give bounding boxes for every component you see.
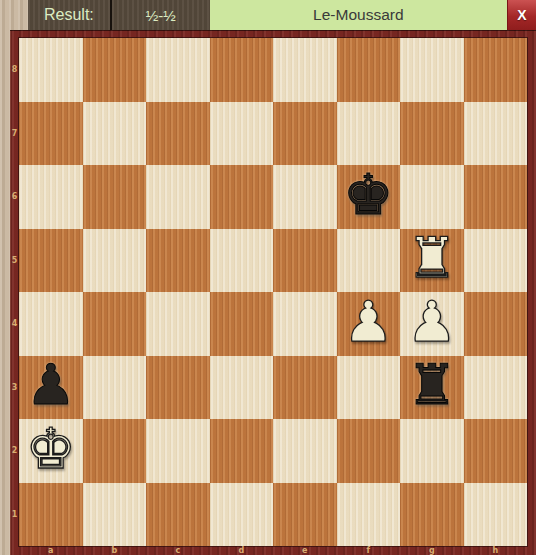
square-g2[interactable]: [400, 419, 464, 483]
square-b4[interactable]: [83, 292, 147, 356]
square-b5[interactable]: [83, 229, 147, 293]
rank-label-2: 2: [10, 419, 19, 483]
square-g1[interactable]: [400, 483, 464, 547]
square-a6[interactable]: [19, 165, 83, 229]
square-c2[interactable]: [146, 419, 210, 483]
piece-white-pawn-f4[interactable]: ♟: [343, 294, 393, 350]
square-g6[interactable]: [400, 165, 464, 229]
square-h4[interactable]: [464, 292, 528, 356]
file-labels: abcdefgh: [19, 546, 527, 555]
square-g7[interactable]: [400, 102, 464, 166]
piece-white-king-a2[interactable]: ♚: [26, 421, 76, 477]
file-label-h: h: [464, 546, 528, 555]
square-f6[interactable]: ♚: [337, 165, 401, 229]
square-h1[interactable]: [464, 483, 528, 547]
square-c1[interactable]: [146, 483, 210, 547]
square-b2[interactable]: [83, 419, 147, 483]
square-h3[interactable]: [464, 356, 528, 420]
square-a1[interactable]: [19, 483, 83, 547]
square-c6[interactable]: [146, 165, 210, 229]
square-c5[interactable]: [146, 229, 210, 293]
square-b3[interactable]: [83, 356, 147, 420]
square-a3[interactable]: ♟: [19, 356, 83, 420]
file-label-e: e: [273, 546, 337, 555]
square-d5[interactable]: [210, 229, 274, 293]
rank-label-7: 7: [10, 102, 19, 166]
square-g5[interactable]: ♜: [400, 229, 464, 293]
square-c8[interactable]: [146, 38, 210, 102]
square-a4[interactable]: [19, 292, 83, 356]
square-e6[interactable]: [273, 165, 337, 229]
square-e4[interactable]: [273, 292, 337, 356]
square-h8[interactable]: [464, 38, 528, 102]
square-a2[interactable]: ♚: [19, 419, 83, 483]
rank-labels: 87654321: [10, 38, 19, 546]
square-c4[interactable]: [146, 292, 210, 356]
file-label-c: c: [146, 546, 210, 555]
square-g4[interactable]: ♟: [400, 292, 464, 356]
square-d1[interactable]: [210, 483, 274, 547]
piece-black-rook-g3[interactable]: ♜: [407, 357, 457, 413]
square-c3[interactable]: [146, 356, 210, 420]
square-d4[interactable]: [210, 292, 274, 356]
file-label-f: f: [337, 546, 401, 555]
file-label-b: b: [83, 546, 147, 555]
square-e2[interactable]: [273, 419, 337, 483]
square-a7[interactable]: [19, 102, 83, 166]
square-f1[interactable]: [337, 483, 401, 547]
result-label: Result:: [28, 0, 110, 30]
square-b6[interactable]: [83, 165, 147, 229]
file-label-d: d: [210, 546, 274, 555]
file-label-g: g: [400, 546, 464, 555]
result-header: Result: ½-½ Le-Moussard X: [0, 0, 536, 30]
square-b8[interactable]: [83, 38, 147, 102]
square-b7[interactable]: [83, 102, 147, 166]
square-b1[interactable]: [83, 483, 147, 547]
square-d2[interactable]: [210, 419, 274, 483]
square-g3[interactable]: ♜: [400, 356, 464, 420]
piece-black-pawn-a3[interactable]: ♟: [26, 357, 76, 413]
piece-white-rook-g5[interactable]: ♜: [407, 230, 457, 286]
square-h6[interactable]: [464, 165, 528, 229]
square-c7[interactable]: [146, 102, 210, 166]
square-h5[interactable]: [464, 229, 528, 293]
square-f8[interactable]: [337, 38, 401, 102]
square-h2[interactable]: [464, 419, 528, 483]
square-h7[interactable]: [464, 102, 528, 166]
square-f4[interactable]: ♟: [337, 292, 401, 356]
chess-board: 87654321 ♚♜♟♟♟♜♚ abcdefgh: [10, 30, 536, 555]
square-e5[interactable]: [273, 229, 337, 293]
close-button[interactable]: X: [507, 0, 536, 30]
squares: ♚♜♟♟♟♜♚: [19, 38, 527, 546]
square-d8[interactable]: [210, 38, 274, 102]
square-a8[interactable]: [19, 38, 83, 102]
file-label-a: a: [19, 546, 83, 555]
square-e7[interactable]: [273, 102, 337, 166]
square-g8[interactable]: [400, 38, 464, 102]
square-e1[interactable]: [273, 483, 337, 547]
piece-white-pawn-g4[interactable]: ♟: [407, 294, 457, 350]
square-f5[interactable]: [337, 229, 401, 293]
square-f3[interactable]: [337, 356, 401, 420]
header-left-gap: [0, 0, 28, 30]
rank-label-6: 6: [10, 165, 19, 229]
rank-label-5: 5: [10, 229, 19, 293]
square-e3[interactable]: [273, 356, 337, 420]
square-a5[interactable]: [19, 229, 83, 293]
player-names: Le-Moussard: [210, 0, 507, 30]
rank-label-1: 1: [10, 483, 19, 547]
result-value: ½-½: [112, 0, 210, 30]
square-d6[interactable]: [210, 165, 274, 229]
rank-label-3: 3: [10, 356, 19, 420]
rank-label-4: 4: [10, 292, 19, 356]
square-d3[interactable]: [210, 356, 274, 420]
square-f2[interactable]: [337, 419, 401, 483]
square-f7[interactable]: [337, 102, 401, 166]
square-e8[interactable]: [273, 38, 337, 102]
square-d7[interactable]: [210, 102, 274, 166]
rank-label-8: 8: [10, 38, 19, 102]
piece-black-king-f6[interactable]: ♚: [343, 167, 393, 223]
